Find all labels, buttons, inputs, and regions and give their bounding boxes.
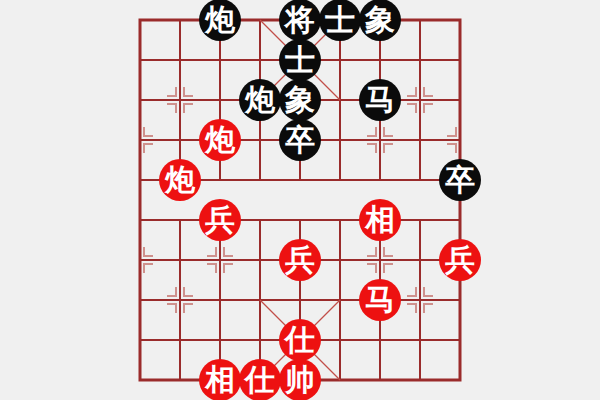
piece-red-horse[interactable]: 马: [359, 279, 401, 321]
xiangqi-app: 炮将士象士炮象马炮卒炮卒兵相兵兵马仕相仕帅: [0, 0, 600, 400]
piece-black-advisor[interactable]: 士: [279, 39, 321, 81]
piece-red-advisor[interactable]: 仕: [239, 359, 281, 400]
piece-red-elephant[interactable]: 相: [359, 199, 401, 241]
piece-red-soldier[interactable]: 兵: [279, 239, 321, 281]
piece-red-soldier[interactable]: 兵: [439, 239, 481, 281]
piece-black-soldier[interactable]: 卒: [439, 159, 481, 201]
piece-red-elephant[interactable]: 相: [199, 359, 241, 400]
piece-red-general[interactable]: 帅: [279, 359, 321, 400]
piece-black-advisor[interactable]: 士: [319, 0, 361, 41]
piece-red-advisor[interactable]: 仕: [279, 319, 321, 361]
piece-black-elephant[interactable]: 象: [279, 79, 321, 121]
xiangqi-board[interactable]: 炮将士象士炮象马炮卒炮卒兵相兵兵马仕相仕帅: [120, 0, 480, 400]
piece-black-general[interactable]: 将: [279, 0, 321, 41]
piece-black-cannon[interactable]: 炮: [199, 0, 241, 41]
piece-black-soldier[interactable]: 卒: [279, 119, 321, 161]
piece-black-cannon[interactable]: 炮: [239, 79, 281, 121]
piece-red-cannon[interactable]: 炮: [199, 119, 241, 161]
piece-red-soldier[interactable]: 兵: [199, 199, 241, 241]
piece-black-horse[interactable]: 马: [359, 79, 401, 121]
piece-red-cannon[interactable]: 炮: [159, 159, 201, 201]
piece-black-elephant[interactable]: 象: [359, 0, 401, 41]
